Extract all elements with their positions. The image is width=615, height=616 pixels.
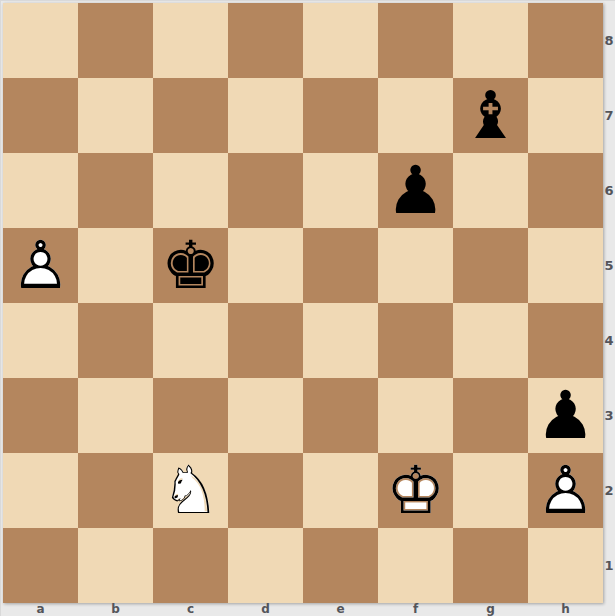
white-pawn[interactable]: ♟♙ <box>528 453 603 528</box>
square-e8[interactable] <box>303 3 378 78</box>
white-knight-outline: ♘ <box>153 453 228 528</box>
black-king[interactable]: ♚ <box>153 228 228 303</box>
white-pawn-outline: ♙ <box>3 228 78 303</box>
white-pawn-outline: ♙ <box>528 453 603 528</box>
square-f8[interactable] <box>378 3 453 78</box>
square-g1[interactable] <box>453 528 528 603</box>
square-h3[interactable]: ♟ <box>528 378 603 453</box>
square-d4[interactable] <box>228 303 303 378</box>
square-b2[interactable] <box>78 453 153 528</box>
square-b8[interactable] <box>78 3 153 78</box>
rank-label-7: 7 <box>603 78 615 153</box>
rank-label-6: 6 <box>603 153 615 228</box>
square-f3[interactable] <box>378 378 453 453</box>
square-e3[interactable] <box>303 378 378 453</box>
square-b1[interactable] <box>78 528 153 603</box>
square-d3[interactable] <box>228 378 303 453</box>
rank-label-5: 5 <box>603 228 615 303</box>
board: ♝♟♟♙♚♟♞♘♚♔♟♙ <box>3 3 603 603</box>
file-label-a: a <box>3 602 78 616</box>
square-a2[interactable] <box>3 453 78 528</box>
square-c8[interactable] <box>153 3 228 78</box>
square-c3[interactable] <box>153 378 228 453</box>
file-labels: abcdefgh <box>3 602 603 616</box>
square-e6[interactable] <box>303 153 378 228</box>
square-h5[interactable] <box>528 228 603 303</box>
file-label-b: b <box>78 602 153 616</box>
square-c4[interactable] <box>153 303 228 378</box>
square-a8[interactable] <box>3 3 78 78</box>
square-b7[interactable] <box>78 78 153 153</box>
white-knight[interactable]: ♞♘ <box>153 453 228 528</box>
square-a3[interactable] <box>3 378 78 453</box>
rank-label-8: 8 <box>603 3 615 78</box>
square-e7[interactable] <box>303 78 378 153</box>
square-d1[interactable] <box>228 528 303 603</box>
black-bishop[interactable]: ♝ <box>453 78 528 153</box>
square-c5[interactable]: ♚ <box>153 228 228 303</box>
square-d8[interactable] <box>228 3 303 78</box>
rank-label-4: 4 <box>603 303 615 378</box>
square-a4[interactable] <box>3 303 78 378</box>
square-a5[interactable]: ♟♙ <box>3 228 78 303</box>
square-c1[interactable] <box>153 528 228 603</box>
square-h7[interactable] <box>528 78 603 153</box>
rank-labels: 87654321 <box>603 3 615 603</box>
black-pawn[interactable]: ♟ <box>528 378 603 453</box>
square-f2[interactable]: ♚♔ <box>378 453 453 528</box>
file-label-e: e <box>303 602 378 616</box>
square-b6[interactable] <box>78 153 153 228</box>
rank-label-3: 3 <box>603 378 615 453</box>
white-king-outline: ♔ <box>378 453 453 528</box>
rank-label-2: 2 <box>603 453 615 528</box>
white-king[interactable]: ♚♔ <box>378 453 453 528</box>
chess-app-screen: ♝♟♟♙♚♟♞♘♚♔♟♙ 87654321 abcdefgh <box>0 0 615 616</box>
square-g4[interactable] <box>453 303 528 378</box>
square-h6[interactable] <box>528 153 603 228</box>
square-g2[interactable] <box>453 453 528 528</box>
square-f6[interactable]: ♟ <box>378 153 453 228</box>
square-d5[interactable] <box>228 228 303 303</box>
square-f5[interactable] <box>378 228 453 303</box>
white-pawn[interactable]: ♟♙ <box>3 228 78 303</box>
square-f1[interactable] <box>378 528 453 603</box>
square-c7[interactable] <box>153 78 228 153</box>
square-d2[interactable] <box>228 453 303 528</box>
square-e2[interactable] <box>303 453 378 528</box>
square-d7[interactable] <box>228 78 303 153</box>
square-g3[interactable] <box>453 378 528 453</box>
square-b3[interactable] <box>78 378 153 453</box>
black-pawn[interactable]: ♟ <box>378 153 453 228</box>
square-c6[interactable] <box>153 153 228 228</box>
square-g5[interactable] <box>453 228 528 303</box>
square-h8[interactable] <box>528 3 603 78</box>
square-h4[interactable] <box>528 303 603 378</box>
file-label-f: f <box>378 602 453 616</box>
square-e4[interactable] <box>303 303 378 378</box>
square-a7[interactable] <box>3 78 78 153</box>
square-e5[interactable] <box>303 228 378 303</box>
square-g6[interactable] <box>453 153 528 228</box>
square-g7[interactable]: ♝ <box>453 78 528 153</box>
square-b4[interactable] <box>78 303 153 378</box>
rank-label-1: 1 <box>603 528 615 603</box>
file-label-c: c <box>153 602 228 616</box>
square-d6[interactable] <box>228 153 303 228</box>
square-a1[interactable] <box>3 528 78 603</box>
square-g8[interactable] <box>453 3 528 78</box>
square-f7[interactable] <box>378 78 453 153</box>
square-h1[interactable] <box>528 528 603 603</box>
square-f4[interactable] <box>378 303 453 378</box>
file-label-h: h <box>528 602 603 616</box>
square-a6[interactable] <box>3 153 78 228</box>
square-b5[interactable] <box>78 228 153 303</box>
square-e1[interactable] <box>303 528 378 603</box>
square-h2[interactable]: ♟♙ <box>528 453 603 528</box>
file-label-d: d <box>228 602 303 616</box>
file-label-g: g <box>453 602 528 616</box>
square-c2[interactable]: ♞♘ <box>153 453 228 528</box>
